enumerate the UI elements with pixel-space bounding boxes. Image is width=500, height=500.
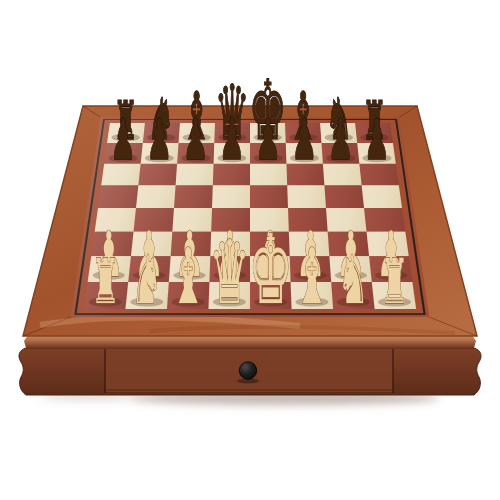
piece-black-pawn-d7: ♟ bbox=[219, 107, 245, 173]
chess-set-photo: ♜♞♝♛♚♝♞♜♟♟♟♟♟♟♟♟♟♟♟♟♟♟♟♟♜♞♝♛♚♝♞♜ bbox=[0, 0, 500, 500]
piece-white-knight-b1: ♞ bbox=[131, 240, 162, 319]
piece-white-bishop-c1: ♝ bbox=[170, 231, 206, 320]
piece-black-pawn-e7: ♟ bbox=[255, 107, 281, 173]
piece-white-bishop-f1: ♝ bbox=[294, 231, 330, 320]
piece-black-pawn-b7: ♟ bbox=[146, 107, 172, 173]
piece-black-pawn-a7: ♟ bbox=[110, 107, 136, 173]
piece-black-pawn-h7: ♟ bbox=[364, 107, 390, 173]
piece-white-knight-g1: ♞ bbox=[338, 240, 369, 319]
piece-white-queen-d1: ♛ bbox=[209, 221, 250, 324]
piece-black-pawn-c7: ♟ bbox=[182, 107, 208, 173]
piece-black-pawn-g7: ♟ bbox=[328, 107, 354, 173]
chess-pieces: ♜♞♝♛♚♝♞♜♟♟♟♟♟♟♟♟♟♟♟♟♟♟♟♟♜♞♝♛♚♝♞♜ bbox=[0, 0, 500, 500]
piece-white-king-e1: ♚ bbox=[248, 214, 293, 326]
piece-white-rook-a1: ♜ bbox=[91, 245, 120, 318]
piece-black-pawn-f7: ♟ bbox=[291, 107, 317, 173]
piece-white-rook-h1: ♜ bbox=[380, 245, 409, 318]
